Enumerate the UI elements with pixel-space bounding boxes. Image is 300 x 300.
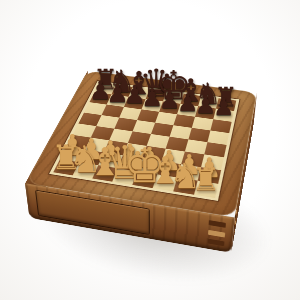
dovetail-pin: [207, 239, 224, 247]
photo-scene: ♜♞♝♛♚♝♞♜♟♟♟♟♟♟♟♟♟♟♟♟♟♟♟♟♜♞♝♛♚♝♞♜: [0, 0, 300, 300]
board-grid: [53, 83, 236, 199]
chess-box: [25, 71, 257, 218]
square-h1: [194, 181, 218, 198]
dovetail-joints-front: [207, 220, 226, 246]
dovetail-pin: [208, 229, 225, 237]
board-maple-border: [49, 81, 239, 201]
perspective-stage: [0, 0, 300, 300]
dovetail-pin: [209, 220, 226, 228]
